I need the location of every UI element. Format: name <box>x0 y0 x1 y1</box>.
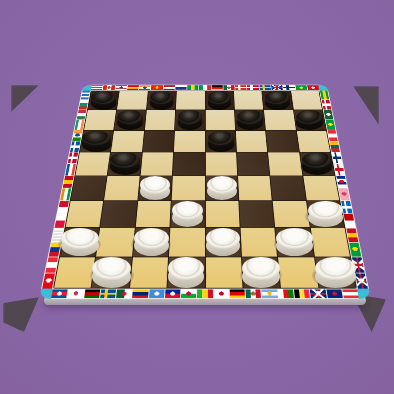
board-square[interactable] <box>236 131 268 152</box>
board-square[interactable] <box>71 176 107 200</box>
board-square[interactable] <box>268 152 302 175</box>
board-square[interactable] <box>205 110 235 130</box>
board-square[interactable] <box>239 201 274 227</box>
flag-kor <box>67 289 84 298</box>
board-square[interactable] <box>205 228 240 256</box>
scene <box>0 0 394 394</box>
board-square[interactable] <box>92 257 132 288</box>
board-square[interactable] <box>240 228 277 256</box>
board-square[interactable] <box>238 176 272 200</box>
board-square[interactable] <box>307 201 345 227</box>
board-square[interactable] <box>205 91 234 110</box>
flag-arg <box>262 289 278 298</box>
flag-mex <box>223 85 234 90</box>
flag-ita <box>199 85 210 90</box>
board-square[interactable] <box>133 228 170 256</box>
board-square[interactable] <box>114 110 145 130</box>
board-square[interactable] <box>168 257 205 288</box>
flag-aut <box>328 130 338 140</box>
flag-gbr <box>271 85 283 90</box>
board-square[interactable] <box>101 201 138 227</box>
flag-ton <box>344 214 356 227</box>
flag-bra <box>295 85 307 90</box>
board-square[interactable] <box>117 91 147 110</box>
flag-jam <box>187 85 198 90</box>
board-square[interactable] <box>140 152 173 175</box>
board-square[interactable] <box>278 257 318 288</box>
flag-ven <box>132 289 148 298</box>
board-square[interactable] <box>235 110 266 130</box>
flag-pnk <box>339 188 350 200</box>
flag-swe <box>259 85 271 90</box>
flag-omn <box>278 289 294 298</box>
board-square[interactable] <box>54 257 95 288</box>
flag-ind <box>139 85 151 90</box>
board-square[interactable] <box>96 228 134 256</box>
board-square[interactable] <box>60 228 99 256</box>
board-square[interactable] <box>297 131 331 152</box>
flag-grc <box>91 85 103 90</box>
board-square[interactable] <box>237 152 270 175</box>
flag-aus <box>310 289 326 298</box>
board-square[interactable] <box>264 110 295 130</box>
board-square[interactable] <box>80 131 114 152</box>
board-square[interactable] <box>291 91 322 110</box>
flag-tur <box>307 85 319 90</box>
board-grid <box>53 91 357 289</box>
board-square[interactable] <box>174 131 205 152</box>
flag-nzl <box>326 289 343 298</box>
flag-som <box>149 289 165 298</box>
flag-cub <box>336 176 347 188</box>
board-square[interactable] <box>136 201 171 227</box>
board-square[interactable] <box>242 257 280 288</box>
board-square[interactable] <box>175 110 205 130</box>
flag-wal <box>181 289 196 298</box>
flag-deu <box>230 289 246 298</box>
flag-strip-bottom <box>51 289 359 299</box>
flag-ltu <box>330 141 340 152</box>
flag-nld <box>163 85 175 90</box>
board-square[interactable] <box>176 91 205 110</box>
flag-swe <box>100 289 116 298</box>
flag-deu <box>211 85 222 90</box>
board-square[interactable] <box>170 201 204 227</box>
flag-bra <box>326 120 336 130</box>
board-square[interactable] <box>205 131 236 152</box>
board-square[interactable] <box>130 257 168 288</box>
board-square[interactable] <box>234 91 264 110</box>
board-square[interactable] <box>303 176 339 200</box>
board-square[interactable] <box>315 257 356 288</box>
flag-border-corner <box>39 289 53 299</box>
board-square[interactable] <box>147 91 177 110</box>
board-square[interactable] <box>138 176 172 200</box>
board-square[interactable] <box>84 110 116 130</box>
board-square[interactable] <box>75 152 110 175</box>
board-square[interactable] <box>111 131 144 152</box>
board-square[interactable] <box>275 228 313 256</box>
flag-ken <box>84 289 100 298</box>
board-square[interactable] <box>300 152 335 175</box>
flag-fin <box>332 152 342 163</box>
board-square[interactable] <box>294 110 326 130</box>
board-square[interactable] <box>270 176 305 200</box>
board-square[interactable] <box>310 228 349 256</box>
flag-sct <box>341 201 352 214</box>
board-square[interactable] <box>66 201 104 227</box>
shadow-wedge-top-right <box>353 86 379 125</box>
flag-border-corner <box>82 85 92 91</box>
flag-esp <box>346 228 358 242</box>
flag-dnk <box>322 100 331 109</box>
board-square[interactable] <box>273 201 310 227</box>
shadow-wedge-top-left <box>11 85 39 112</box>
board-square[interactable] <box>143 131 175 152</box>
flag-bel <box>294 289 310 298</box>
board-square[interactable] <box>172 176 205 200</box>
flag-aus <box>355 273 368 288</box>
flag-gbr <box>352 258 365 273</box>
board-square[interactable] <box>205 176 238 200</box>
board-square[interactable] <box>205 152 237 175</box>
flag-esp <box>127 85 139 90</box>
flag-rus <box>175 85 186 90</box>
board-square[interactable] <box>104 176 139 200</box>
board-square[interactable] <box>173 152 205 175</box>
board-square[interactable] <box>205 257 242 288</box>
flag-usa <box>115 85 127 90</box>
flag-jam <box>320 91 329 100</box>
flag-mli <box>197 289 212 298</box>
flag-dnk <box>247 85 259 90</box>
flag-aut <box>342 289 359 298</box>
board-square[interactable] <box>108 152 142 175</box>
flag-jpn <box>214 289 229 298</box>
flag-can <box>103 85 115 90</box>
board-square[interactable] <box>266 131 299 152</box>
board-square[interactable] <box>262 91 292 110</box>
board-square[interactable] <box>88 91 119 110</box>
flag-sau <box>324 110 334 120</box>
board-square[interactable] <box>145 110 176 130</box>
board-square[interactable] <box>205 201 239 227</box>
flag-che <box>235 85 247 90</box>
flag-chn <box>151 85 163 90</box>
flag-border-corner <box>318 85 328 91</box>
flag-dza <box>116 289 132 298</box>
shadow-wedge-bottom-left <box>3 297 39 332</box>
flag-bra <box>349 243 361 257</box>
flag-mex <box>246 289 262 298</box>
flag-hti <box>165 289 181 298</box>
checkers-board <box>39 85 371 299</box>
flag-prk <box>51 289 68 298</box>
board-square[interactable] <box>169 228 204 256</box>
flag-eng <box>334 164 345 175</box>
flag-fin <box>283 85 295 90</box>
